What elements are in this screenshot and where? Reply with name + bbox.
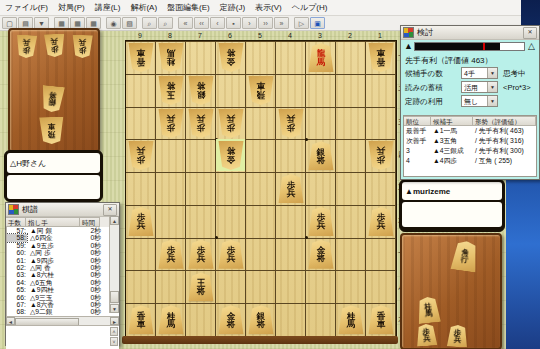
piece-kanji: 将 [317,254,326,262]
kifu-move-number[interactable]: 60: [7,249,27,256]
hoshi-dot [305,236,308,239]
hoshi-dot [215,236,218,239]
scroll-down-icon[interactable]: ▼ [110,304,119,313]
analysis-option-2: 定跡の利用無し▼ [401,95,539,109]
kifu-window: 棋譜 ✕ 手数指し手時間 57:▲同 銀2秒58:△6四金0秒59:▲9五歩0秒… [5,202,120,346]
hoshi-dot [305,138,308,141]
candidate-move: ▲4三銀成 [433,146,475,156]
option-combobox[interactable]: 無し▼ [461,95,498,107]
analysis-option-1: 読みの蓄積活用▼<Pro*3> [401,81,539,95]
menu-item-1[interactable]: 対局(P) [53,1,90,14]
kifu-move-number[interactable]: 57: [7,227,27,234]
kifu-move-time: 0秒 [83,294,101,301]
analysis-engine-button[interactable]: ◉ [106,17,121,29]
evaluation-bar-tick [483,43,485,50]
gote-info-box [7,175,100,199]
candidate-row-4[interactable]: 4▲4四歩/ 互角 ( 255) [404,156,536,166]
kifu-row-64[interactable]: 64:△6五角0秒 [7,279,119,286]
kifu-vertical-scrollbar[interactable]: ▲ ▼ [109,216,119,313]
candidate-move: ▲3五角 [433,136,475,146]
piece-kanji: 将 [227,320,236,328]
kifu-row-61[interactable]: 61:▲9四歩0秒 [7,257,119,264]
menu-item-7[interactable]: ヘルプ(H) [287,1,333,14]
shogi-piece-歩兵-sente[interactable]: 歩兵 [218,240,244,269]
kifu-move-time: 0秒 [83,308,101,315]
play-button[interactable]: ▷ [294,17,309,29]
candidate-header-2[interactable]: 形勢（評価値） [473,116,536,126]
col-label-6: 6 [215,31,245,40]
shogi-piece-歩兵-gote[interactable]: 歩兵 [278,109,304,138]
shogi-piece-歩兵-gote[interactable]: 歩兵 [15,34,37,58]
candidate-row-2[interactable]: 次善手▲3五角/ 先手有利( 316) [404,136,536,146]
col-label-2: 2 [335,31,365,40]
shogi-piece-桂馬-sente[interactable]: 桂馬 [338,305,364,334]
kifu-close-icon[interactable]: ✕ [103,204,117,216]
shogi-piece-飛車-gote[interactable]: 飛車 [39,117,64,144]
option-label: 候補手の数 [405,69,443,79]
shogi-piece-銀将-gote[interactable]: 銀将 [40,85,66,113]
piece-kanji: 金 [227,156,236,164]
kifu-move-text: △6五角 [27,279,83,286]
col-label-8: 8 [155,31,185,40]
piece-kanji: 将 [197,287,206,295]
kifu-row-66[interactable]: 66:△9三玉0秒 [7,294,119,301]
kifu-row-60[interactable]: 60:△同 歩0秒 [7,249,119,256]
candidate-table: 順位候補手形勢（評価値） 最善手▲1一馬/ 先手有利( 463)次善手▲3五角/… [403,115,537,177]
piece-kanji: 将 [167,82,176,90]
shogi-piece-歩兵-gote[interactable]: 歩兵 [368,141,394,170]
shogi-piece-角行-sente[interactable]: 角行 [450,239,480,272]
shogi-piece-金将-gote[interactable]: 金将 [218,43,244,72]
kifu-move-number[interactable]: 68: [7,308,27,315]
piece-kanji: 兵 [79,39,87,46]
shogi-piece-龍馬-sente[interactable]: 龍馬 [308,43,334,72]
shogi-piece-王将-sente[interactable]: 王将 [188,272,214,301]
spinner-up-icon[interactable]: ˄ [110,327,118,336]
spinner-down-icon[interactable]: ˅ [110,337,118,346]
analysis-window-icon [403,27,414,38]
col-label-4: 4 [275,31,305,40]
kifu-move-text: △同 香 [27,264,83,271]
shogi-piece-桂馬-gote[interactable]: 桂馬 [158,43,184,72]
candidate-move: ▲1一馬 [433,126,475,136]
piece-kanji: 将 [317,156,326,164]
menu-item-2[interactable]: 講座(L) [90,1,126,14]
col-label-7: 7 [185,31,215,40]
col-label-1: 1 [365,31,395,40]
piece-kanji: 歩 [197,123,206,131]
piece-kanji: 兵 [317,221,326,229]
kifu-row-59[interactable]: 59:▲9五歩0秒 [7,242,119,249]
kifu-move-number[interactable]: 63: [7,271,27,278]
kifu-window-title: 棋譜 [22,204,103,215]
kifu-move-number[interactable]: 64: [7,279,27,286]
piece-kanji: 飛 [257,90,266,98]
piece-kanji: 兵 [137,148,146,156]
menu-item-0[interactable]: ファイル(F) [0,1,53,14]
piece-kanji: 兵 [167,254,176,262]
menu-bar: ファイル(F)対局(P)講座(L)解析(A)盤面編集(E)定跡(J)表示(V)ヘ… [0,0,521,16]
kifu-move-number[interactable]: 62: [7,264,27,271]
shogi-piece-歩兵-sente[interactable]: 歩兵 [158,240,184,269]
candidate-row-3[interactable]: 3▲4三銀成/ 先手有利( 300) [404,146,536,156]
kifu-move-time: 0秒 [83,279,101,286]
candidate-move: ▲4四歩 [433,156,475,166]
piece-kanji: 兵 [423,335,431,343]
piece-kanji: 車 [377,49,386,57]
evaluation-bar [414,42,525,51]
option-status-text: <Pro*3> [503,83,531,92]
kifu-titlebar[interactable]: 棋譜 ✕ [6,203,119,217]
piece-kanji: 将 [257,320,266,328]
forward-ten-button[interactable]: ›› [258,17,273,29]
piece-kanji: 将 [49,92,57,100]
piece-kanji: 桂 [167,58,176,66]
kifu-move-time: 0秒 [83,271,101,278]
shogi-piece-歩兵-gote[interactable]: 歩兵 [218,109,244,138]
chevron-down-icon[interactable]: ▼ [487,96,497,106]
piece-kanji: 馬 [347,320,356,328]
piece-kanji: 兵 [377,148,386,156]
kifu-header-1[interactable]: 指し手 [26,217,80,227]
screen: ファイル(F)対局(P)講座(L)解析(A)盤面編集(E)定跡(J)表示(V)ヘ… [0,0,540,349]
kifu-move-text: △6四金 [27,234,83,241]
kifu-header-0[interactable]: 手数 [6,217,26,227]
piece-kanji: 歩 [79,46,87,53]
kifu-move-text: △9三玉 [27,294,83,301]
kifu-scroll-thumb[interactable] [110,291,119,303]
piece-kanji: 歩 [22,46,30,54]
piece-kanji: 歩 [137,156,146,164]
piece-kanji: 兵 [197,115,206,123]
piece-kanji: 兵 [287,189,296,197]
kifu-move-time: 0秒 [83,301,101,308]
candidate-rows[interactable]: 最善手▲1一馬/ 先手有利( 463)次善手▲3五角/ 先手有利( 316)3▲… [404,126,536,166]
kifu-comment-box[interactable]: ˄ ˅ [6,325,119,349]
candidate-eval: / 先手有利( 300) [475,146,536,156]
kifu-move-text: ▲9五歩 [27,242,83,249]
kifu-move-list[interactable]: 57:▲同 銀2秒58:△6四金0秒59:▲9五歩0秒60:△同 歩0秒61:▲… [6,227,119,316]
piece-kanji: 車 [377,320,386,328]
shogi-piece-歩兵-sente[interactable]: 歩兵 [128,207,154,236]
piece-kanji: 兵 [197,254,206,262]
kifu-row-68[interactable]: 68:△9二銀0秒 [7,308,119,315]
piece-kanji: 銀 [197,90,206,98]
kifu-move-number[interactable]: 59: [7,242,27,249]
shogi-piece-銀将-gote[interactable]: 銀将 [188,76,214,105]
search-1-button[interactable]: ⌕ [142,17,157,29]
kifu-move-time: 0秒 [83,264,101,271]
shogi-piece-香車-gote[interactable]: 香車 [368,43,394,72]
kifu-header-2[interactable]: 時間 [80,217,100,227]
piece-kanji: 兵 [453,336,461,344]
shogi-piece-歩兵-sente[interactable]: 歩兵 [415,323,437,346]
back-one-button[interactable]: ‹ [210,17,225,29]
kifu-horizontal-scrollbar[interactable]: ◄ ► [6,316,119,325]
kifu-move-text: △9二銀 [27,308,83,315]
shogi-piece-香車-sente[interactable]: 香車 [368,305,394,334]
shogi-piece-金将-sente[interactable]: 金将 [308,240,334,269]
analysis-close-icon[interactable]: ✕ [523,27,537,39]
shogi-piece-歩兵-sente[interactable]: 歩兵 [446,324,468,347]
kifu-window-icon [8,204,19,215]
piece-kanji: 歩 [227,123,236,131]
evaluation-status: 先手有利（評価値 463） [401,54,539,67]
analysis-window: 検討 ✕ ▲ △ 先手有利（評価値 463） 候補手の数4手▼思考中読みの蓄積活… [400,25,540,180]
menu-item-3[interactable]: 解析(A) [125,1,162,14]
piece-kanji: 兵 [137,221,146,229]
last-move-button[interactable]: » [274,17,289,29]
menu-item-5[interactable]: 定跡(J) [215,1,250,14]
gote-player-name: △H野さん [7,153,100,173]
piece-kanji: 車 [137,49,146,57]
kifu-move-number[interactable]: 66: [7,294,27,301]
sente-info-box [402,202,502,227]
piece-kanji: 金 [227,58,236,66]
scroll-right-icon[interactable]: ► [110,317,119,325]
hint-button[interactable]: ▧ [122,17,137,29]
shogi-piece-歩兵-gote[interactable]: 歩兵 [188,109,214,138]
piece-kanji: 兵 [23,39,31,47]
piece-kanji: 将 [197,82,206,90]
forward-one-button[interactable]: › [242,17,257,29]
candidate-eval: / 先手有利( 463) [475,126,536,136]
shogi-piece-歩兵-sente[interactable]: 歩兵 [278,174,304,203]
piece-kanji: 行 [460,255,468,263]
piece-kanji: 歩 [287,123,296,131]
kifu-move-text: ▲8六香 [27,301,83,308]
shogi-piece-歩兵-sente[interactable]: 歩兵 [368,207,394,236]
piece-kanji: 兵 [377,221,386,229]
kifu-move-time: 0秒 [83,242,101,249]
piece-kanji: 馬 [167,49,176,57]
option-status-text: 思考中 [503,69,526,79]
piece-kanji: 車 [48,123,56,130]
candidate-rank: 最善手 [404,126,433,136]
shogi-piece-飛車-gote[interactable]: 飛車 [248,76,274,105]
evaluation-bar-fill [415,43,500,50]
piece-kanji: 歩 [51,45,59,52]
sente-piece-stand[interactable]: 角行桂馬歩兵歩兵 [400,233,502,349]
combobox-value: 無し [464,97,478,107]
piece-kanji: 車 [257,82,266,90]
option-label: 定跡の利用 [405,97,443,107]
search-2-button[interactable]: ⌕ [158,17,173,29]
piece-kanji: 飛 [48,130,56,137]
shogi-piece-歩兵-sente[interactable]: 歩兵 [308,207,334,236]
kifu-move-text: ▲9四歩 [27,257,83,264]
piece-kanji: 香 [137,58,146,66]
piece-kanji: 兵 [227,115,236,123]
shogi-piece-歩兵-gote[interactable]: 歩兵 [44,34,66,58]
piece-kanji: 歩 [377,156,386,164]
back-ten-button[interactable]: ‹‹ [194,17,209,29]
board-column-labels: 987654321 [125,31,395,40]
kifu-move-time: 0秒 [83,234,101,241]
col-label-5: 5 [245,31,275,40]
kifu-move-time: 2秒 [83,227,101,234]
kifu-row-58[interactable]: 58:△6四金0秒 [7,234,119,241]
evaluation-bar-row: ▲ △ [401,40,539,54]
shogi-piece-香車-sente[interactable]: 香車 [128,305,154,334]
candidate-rank: 3 [404,146,433,156]
gote-piece-stand[interactable]: 歩兵歩兵歩兵銀将飛車 [8,28,100,153]
candidate-header-1[interactable]: 候補手 [431,116,473,126]
comment-spinner[interactable]: ˄ ˅ [110,327,118,347]
kifu-table-header[interactable]: 手数指し手時間 [6,217,119,227]
menu-item-6[interactable]: 表示(V) [250,1,287,14]
option-combobox[interactable]: 活用▼ [461,81,498,93]
kifu-move-time: 0秒 [83,257,101,264]
candidate-eval: / 互角 ( 255) [475,156,536,166]
kifu-move-text: △同 歩 [27,249,83,256]
sente-player-name: ▲murizeme [402,182,502,200]
piece-kanji: 香 [377,58,386,66]
board-frame [122,336,398,344]
shogi-piece-桂馬-sente[interactable]: 桂馬 [416,296,442,324]
piece-kanji: 兵 [167,115,176,123]
piece-kanji: 車 [137,320,146,328]
kifu-row-65[interactable]: 65:▲9四桂0秒 [7,286,119,293]
kifu-move-number[interactable]: 65: [7,286,27,293]
shogi-piece-銀将-sente[interactable]: 銀将 [308,141,334,170]
shogi-piece-歩兵-gote[interactable]: 歩兵 [158,109,184,138]
candidate-rank: 次善手 [404,136,433,146]
scroll-up-icon[interactable]: ▲ [110,216,119,225]
kifu-move-number[interactable]: 58: [7,234,27,241]
kifu-row-63[interactable]: 63:▲8六桂0秒 [7,271,119,278]
option-label: 読みの蓄積 [405,83,443,93]
chevron-down-icon[interactable]: ▼ [487,68,497,78]
candidate-eval: / 先手有利( 316) [475,136,536,146]
analysis-options: 候補手の数4手▼思考中読みの蓄積活用▼<Pro*3>定跡の利用無し▼ [401,67,539,109]
shogi-piece-銀将-sente[interactable]: 銀将 [248,305,274,334]
stop-button[interactable]: ▪ [226,17,241,29]
col-label-9: 9 [125,31,155,40]
shogi-piece-金将-sente[interactable]: 金将 [218,305,244,334]
analysis-window-title: 検討 [417,27,523,38]
kifu-row-67[interactable]: 67:▲8六香0秒 [7,301,119,308]
shogi-piece-歩兵-sente[interactable]: 歩兵 [188,240,214,269]
analysis-titlebar[interactable]: 検討 ✕ [401,26,539,40]
piece-kanji: 玉 [167,90,176,98]
combobox-value: 4手 [464,69,475,79]
col-label-3: 3 [305,31,335,40]
menu-item-4[interactable]: 盤面編集(E) [162,1,215,14]
sente-name-panel: ▲murizeme [399,179,505,232]
piece-kanji: 兵 [51,38,59,45]
kifu-row-62[interactable]: 62:△同 香0秒 [7,264,119,271]
gote-name-panel: △H野さん [4,150,103,202]
piece-kanji: 将 [227,49,236,57]
shogi-piece-歩兵-gote[interactable]: 歩兵 [72,35,93,58]
piece-kanji: 将 [227,148,236,156]
candidate-table-header[interactable]: 順位候補手形勢（評価値） [404,116,536,126]
candidate-rank: 4 [404,156,433,166]
piece-kanji: 歩 [167,123,176,131]
sente-mark: ▲ [404,41,413,51]
shogi-board[interactable]: 香車桂馬金将龍馬香車玉将銀将飛車歩兵歩兵歩兵歩兵歩兵金将銀将歩兵歩兵歩兵歩兵歩兵… [125,40,397,337]
piece-kanji: 兵 [287,115,296,123]
option-combobox[interactable]: 4手▼ [461,67,498,79]
first-move-button[interactable]: « [178,17,193,29]
piece-kanji: 馬 [167,320,176,328]
analysis-option-0: 候補手の数4手▼思考中 [401,67,539,81]
candidate-header-0[interactable]: 順位 [404,116,431,126]
kifu-move-text: ▲9四桂 [27,286,83,293]
piece-kanji: 馬 [425,310,433,318]
kifu-move-number[interactable]: 67: [7,301,27,308]
candidate-row-1[interactable]: 最善手▲1一馬/ 先手有利( 463) [404,126,536,136]
piece-kanji: 馬 [317,58,326,66]
kifu-move-time: 0秒 [83,286,101,293]
shogi-piece-香車-gote[interactable]: 香車 [128,43,154,72]
kifu-move-number[interactable]: 61: [7,257,27,264]
shogi-piece-桂馬-sente[interactable]: 桂馬 [158,305,184,334]
gote-mark: △ [528,41,535,51]
chevron-down-icon[interactable]: ▼ [487,82,497,92]
kifu-move-time: 0秒 [83,249,101,256]
shogi-piece-歩兵-gote[interactable]: 歩兵 [128,141,154,170]
computer-move-button[interactable]: ▣ [310,17,325,29]
kifu-move-text: ▲同 銀 [27,227,83,234]
kifu-move-text: ▲8六桂 [27,271,83,278]
kifu-row-57[interactable]: 57:▲同 銀2秒 [7,227,119,234]
shogi-piece-玉将-gote[interactable]: 玉将 [158,76,184,105]
scroll-left-icon[interactable]: ◄ [6,317,15,325]
combobox-value: 活用 [464,83,478,93]
piece-kanji: 兵 [227,254,236,262]
